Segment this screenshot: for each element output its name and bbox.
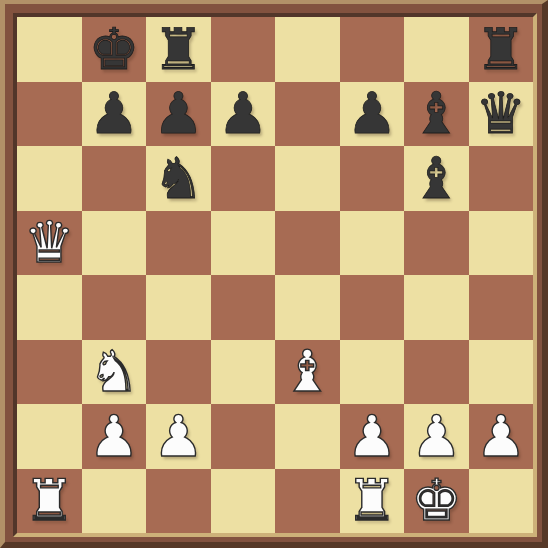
square-d6[interactable]: [211, 146, 276, 211]
square-c5[interactable]: [146, 211, 211, 276]
piece-white-king-g1[interactable]: ♚: [411, 472, 462, 529]
square-a6[interactable]: [17, 146, 82, 211]
square-g3[interactable]: [404, 340, 469, 405]
piece-white-pawn-c2[interactable]: ♟: [153, 408, 204, 465]
square-d5[interactable]: [211, 211, 276, 276]
board-bevel-edge: ♚♜♜♟♟♟♟♝♛♞♝♛♞♝♟♟♟♟♟♜♜♚: [13, 13, 537, 537]
piece-white-knight-b3[interactable]: ♞: [88, 343, 139, 400]
piece-white-rook-a1[interactable]: ♜: [24, 472, 75, 529]
square-f6[interactable]: [340, 146, 405, 211]
square-c4[interactable]: [146, 275, 211, 340]
square-h2[interactable]: ♟: [469, 404, 534, 469]
square-b1[interactable]: [82, 469, 147, 534]
square-h7[interactable]: ♛: [469, 82, 534, 147]
square-e5[interactable]: [275, 211, 340, 276]
square-a8[interactable]: [17, 17, 82, 82]
piece-black-knight-c6[interactable]: ♞: [153, 150, 204, 207]
square-a7[interactable]: [17, 82, 82, 147]
square-g7[interactable]: ♝: [404, 82, 469, 147]
square-h6[interactable]: [469, 146, 534, 211]
square-h4[interactable]: [469, 275, 534, 340]
square-e1[interactable]: [275, 469, 340, 534]
square-c1[interactable]: [146, 469, 211, 534]
square-f8[interactable]: [340, 17, 405, 82]
piece-black-pawn-c7[interactable]: ♟: [153, 85, 204, 142]
square-c6[interactable]: ♞: [146, 146, 211, 211]
piece-black-pawn-f7[interactable]: ♟: [346, 85, 397, 142]
piece-black-bishop-g7[interactable]: ♝: [411, 85, 462, 142]
piece-black-bishop-g6[interactable]: ♝: [411, 150, 462, 207]
chess-board: ♚♜♜♟♟♟♟♝♛♞♝♛♞♝♟♟♟♟♟♜♜♚: [17, 17, 533, 533]
square-a2[interactable]: [17, 404, 82, 469]
square-h8[interactable]: ♜: [469, 17, 534, 82]
piece-black-king-b8[interactable]: ♚: [88, 21, 139, 78]
square-g5[interactable]: [404, 211, 469, 276]
piece-black-rook-h8[interactable]: ♜: [475, 21, 526, 78]
square-f2[interactable]: ♟: [340, 404, 405, 469]
square-d2[interactable]: [211, 404, 276, 469]
square-g8[interactable]: [404, 17, 469, 82]
piece-white-pawn-f2[interactable]: ♟: [346, 408, 397, 465]
square-a1[interactable]: ♜: [17, 469, 82, 534]
square-b6[interactable]: [82, 146, 147, 211]
square-b3[interactable]: ♞: [82, 340, 147, 405]
square-d4[interactable]: [211, 275, 276, 340]
square-d3[interactable]: [211, 340, 276, 405]
square-b4[interactable]: [82, 275, 147, 340]
square-a5[interactable]: ♛: [17, 211, 82, 276]
square-b7[interactable]: ♟: [82, 82, 147, 147]
square-b2[interactable]: ♟: [82, 404, 147, 469]
square-b5[interactable]: [82, 211, 147, 276]
piece-white-queen-a5[interactable]: ♛: [24, 214, 75, 271]
square-f3[interactable]: [340, 340, 405, 405]
piece-white-pawn-b2[interactable]: ♟: [88, 408, 139, 465]
square-c8[interactable]: ♜: [146, 17, 211, 82]
square-h5[interactable]: [469, 211, 534, 276]
square-c2[interactable]: ♟: [146, 404, 211, 469]
square-f5[interactable]: [340, 211, 405, 276]
piece-white-bishop-e3[interactable]: ♝: [282, 343, 333, 400]
square-a4[interactable]: [17, 275, 82, 340]
piece-white-rook-f1[interactable]: ♜: [346, 472, 397, 529]
piece-white-pawn-h2[interactable]: ♟: [475, 408, 526, 465]
square-e8[interactable]: [275, 17, 340, 82]
square-e6[interactable]: [275, 146, 340, 211]
piece-black-pawn-d7[interactable]: ♟: [217, 85, 268, 142]
square-d1[interactable]: [211, 469, 276, 534]
piece-black-queen-h7[interactable]: ♛: [475, 85, 526, 142]
square-g1[interactable]: ♚: [404, 469, 469, 534]
square-f1[interactable]: ♜: [340, 469, 405, 534]
square-c3[interactable]: [146, 340, 211, 405]
square-b8[interactable]: ♚: [82, 17, 147, 82]
piece-black-pawn-b7[interactable]: ♟: [88, 85, 139, 142]
square-f4[interactable]: [340, 275, 405, 340]
board-frame: ♚♜♜♟♟♟♟♝♛♞♝♛♞♝♟♟♟♟♟♜♜♚: [0, 0, 548, 548]
piece-black-rook-c8[interactable]: ♜: [153, 21, 204, 78]
square-e3[interactable]: ♝: [275, 340, 340, 405]
square-g4[interactable]: [404, 275, 469, 340]
square-d8[interactable]: [211, 17, 276, 82]
square-g6[interactable]: ♝: [404, 146, 469, 211]
square-e7[interactable]: [275, 82, 340, 147]
square-h3[interactable]: [469, 340, 534, 405]
square-g2[interactable]: ♟: [404, 404, 469, 469]
square-h1[interactable]: [469, 469, 534, 534]
square-a3[interactable]: [17, 340, 82, 405]
square-e2[interactable]: [275, 404, 340, 469]
square-e4[interactable]: [275, 275, 340, 340]
square-f7[interactable]: ♟: [340, 82, 405, 147]
square-d7[interactable]: ♟: [211, 82, 276, 147]
piece-white-pawn-g2[interactable]: ♟: [411, 408, 462, 465]
square-c7[interactable]: ♟: [146, 82, 211, 147]
